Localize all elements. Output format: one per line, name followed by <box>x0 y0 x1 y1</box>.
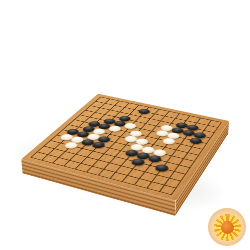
black-stone <box>80 138 96 146</box>
star-point <box>80 147 84 149</box>
black-stone <box>123 149 140 158</box>
black-stone <box>135 152 152 161</box>
black-stone <box>130 158 147 167</box>
white-stone <box>123 122 138 129</box>
star-point <box>113 116 117 118</box>
white-stone <box>134 138 150 146</box>
star-point <box>148 164 152 166</box>
black-stone <box>90 141 107 149</box>
white-stone <box>129 143 145 151</box>
brand-logo <box>208 208 246 246</box>
sun-rays-icon <box>214 214 241 241</box>
white-stone <box>152 148 168 157</box>
black-stone <box>153 163 170 172</box>
black-stone <box>96 135 112 143</box>
sun-core-icon <box>221 221 234 234</box>
white-stone <box>140 146 156 155</box>
photo-scene <box>0 0 250 250</box>
white-stone <box>63 141 80 149</box>
black-stone <box>137 108 152 115</box>
black-stone <box>146 154 163 163</box>
go-board <box>21 94 229 201</box>
